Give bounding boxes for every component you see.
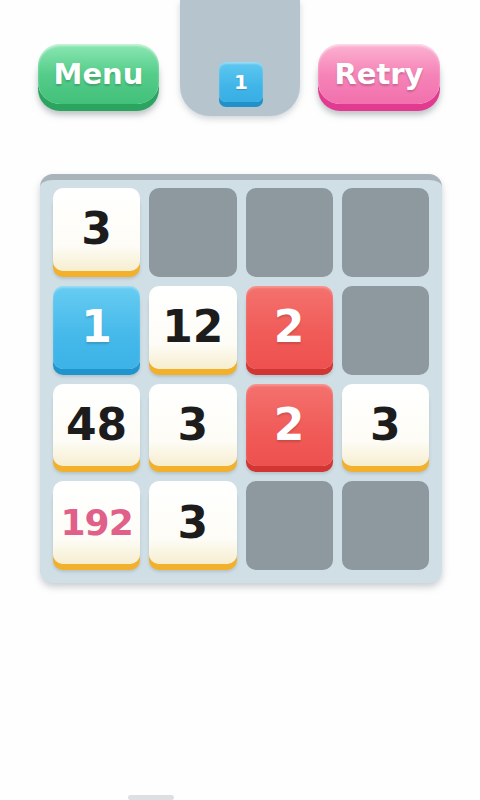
empty-cell <box>246 481 333 570</box>
menu-button[interactable]: Menu <box>38 44 159 104</box>
next-tile-value: 1 <box>234 70 248 94</box>
tile-3: 3 <box>149 481 236 570</box>
tile-3: 3 <box>149 384 236 473</box>
tile-48: 48 <box>53 384 140 473</box>
board-grid: 31122483231923 <box>40 180 442 583</box>
bottom-hint <box>128 795 174 800</box>
empty-cell <box>342 188 429 277</box>
next-tile-panel: 1 <box>180 0 300 116</box>
menu-button-label: Menu <box>54 57 144 91</box>
tile-3: 3 <box>342 384 429 473</box>
empty-cell <box>246 188 333 277</box>
game-screen: 1 Menu Retry 31122483231923 <box>0 0 480 800</box>
next-tile-preview: 1 <box>219 62 263 102</box>
tile-192: 192 <box>53 481 140 570</box>
empty-cell <box>342 481 429 570</box>
tile-3: 3 <box>53 188 140 277</box>
tile-12: 12 <box>149 286 236 375</box>
tile-1: 1 <box>53 286 140 375</box>
game-board[interactable]: 31122483231923 <box>40 174 442 583</box>
empty-cell <box>149 188 236 277</box>
empty-cell <box>342 286 429 375</box>
tile-2: 2 <box>246 384 333 473</box>
retry-button-label: Retry <box>334 57 423 91</box>
retry-button[interactable]: Retry <box>318 44 440 104</box>
tile-2: 2 <box>246 286 333 375</box>
